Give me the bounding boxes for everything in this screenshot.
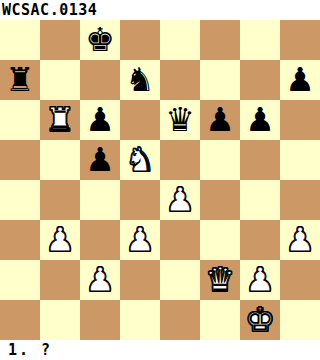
chess-puzzle-screen: WCSAC.0134 ♚♜♞♟♜♟♛♟♟♟♞♟♟♟♟♟♛♟♚ 1. ?	[0, 0, 320, 360]
square-b1[interactable]	[40, 300, 80, 340]
square-c7[interactable]	[80, 60, 120, 100]
square-e7[interactable]	[160, 60, 200, 100]
square-g4[interactable]	[240, 180, 280, 220]
black-pawn: ♟	[85, 140, 115, 180]
square-h6[interactable]	[280, 100, 320, 140]
square-c3[interactable]	[80, 220, 120, 260]
square-a5[interactable]	[0, 140, 40, 180]
square-d7[interactable]: ♞	[120, 60, 160, 100]
black-knight: ♞	[125, 60, 155, 100]
square-h4[interactable]	[280, 180, 320, 220]
square-f6[interactable]: ♟	[200, 100, 240, 140]
white-pawn: ♟	[245, 260, 275, 300]
square-g3[interactable]	[240, 220, 280, 260]
white-knight: ♞	[125, 140, 155, 180]
square-f5[interactable]	[200, 140, 240, 180]
puzzle-title: WCSAC.0134	[0, 0, 320, 20]
square-a6[interactable]	[0, 100, 40, 140]
square-e6[interactable]: ♛	[160, 100, 200, 140]
square-e5[interactable]	[160, 140, 200, 180]
square-g8[interactable]	[240, 20, 280, 60]
square-d3[interactable]: ♟	[120, 220, 160, 260]
square-b2[interactable]	[40, 260, 80, 300]
square-d6[interactable]	[120, 100, 160, 140]
square-b8[interactable]	[40, 20, 80, 60]
square-e4[interactable]: ♟	[160, 180, 200, 220]
white-pawn: ♟	[85, 260, 115, 300]
square-a2[interactable]	[0, 260, 40, 300]
white-queen: ♛	[205, 260, 235, 300]
square-b3[interactable]: ♟	[40, 220, 80, 260]
square-b7[interactable]	[40, 60, 80, 100]
square-g5[interactable]	[240, 140, 280, 180]
square-b6[interactable]: ♜	[40, 100, 80, 140]
square-d4[interactable]	[120, 180, 160, 220]
black-pawn: ♟	[245, 100, 275, 140]
square-g7[interactable]	[240, 60, 280, 100]
square-e2[interactable]	[160, 260, 200, 300]
square-c8[interactable]: ♚	[80, 20, 120, 60]
square-c4[interactable]	[80, 180, 120, 220]
square-a1[interactable]	[0, 300, 40, 340]
square-f4[interactable]	[200, 180, 240, 220]
white-pawn: ♟	[285, 220, 315, 260]
square-h2[interactable]	[280, 260, 320, 300]
square-f2[interactable]: ♛	[200, 260, 240, 300]
square-d5[interactable]: ♞	[120, 140, 160, 180]
white-pawn: ♟	[125, 220, 155, 260]
square-f7[interactable]	[200, 60, 240, 100]
square-g1[interactable]: ♚	[240, 300, 280, 340]
square-h5[interactable]	[280, 140, 320, 180]
square-b5[interactable]	[40, 140, 80, 180]
square-a8[interactable]	[0, 20, 40, 60]
square-e3[interactable]	[160, 220, 200, 260]
square-c1[interactable]	[80, 300, 120, 340]
square-e1[interactable]	[160, 300, 200, 340]
black-pawn: ♟	[285, 60, 315, 100]
black-queen: ♛	[165, 100, 195, 140]
square-c5[interactable]: ♟	[80, 140, 120, 180]
black-rook: ♜	[5, 60, 35, 100]
square-h7[interactable]: ♟	[280, 60, 320, 100]
square-c2[interactable]: ♟	[80, 260, 120, 300]
square-a7[interactable]: ♜	[0, 60, 40, 100]
chess-board: ♚♜♞♟♜♟♛♟♟♟♞♟♟♟♟♟♛♟♚	[0, 20, 320, 340]
white-rook: ♜	[45, 100, 75, 140]
move-prompt: 1. ?	[0, 340, 320, 360]
square-f8[interactable]	[200, 20, 240, 60]
black-pawn: ♟	[205, 100, 235, 140]
square-d1[interactable]	[120, 300, 160, 340]
square-b4[interactable]	[40, 180, 80, 220]
square-f3[interactable]	[200, 220, 240, 260]
square-g6[interactable]: ♟	[240, 100, 280, 140]
square-g2[interactable]: ♟	[240, 260, 280, 300]
square-d8[interactable]	[120, 20, 160, 60]
white-pawn: ♟	[45, 220, 75, 260]
square-h8[interactable]	[280, 20, 320, 60]
square-e8[interactable]	[160, 20, 200, 60]
square-a3[interactable]	[0, 220, 40, 260]
white-pawn: ♟	[165, 180, 195, 220]
square-c6[interactable]: ♟	[80, 100, 120, 140]
square-f1[interactable]	[200, 300, 240, 340]
square-h1[interactable]	[280, 300, 320, 340]
square-a4[interactable]	[0, 180, 40, 220]
square-h3[interactable]: ♟	[280, 220, 320, 260]
black-pawn: ♟	[85, 100, 115, 140]
black-king: ♚	[85, 20, 115, 60]
square-d2[interactable]	[120, 260, 160, 300]
white-king: ♚	[245, 300, 275, 340]
